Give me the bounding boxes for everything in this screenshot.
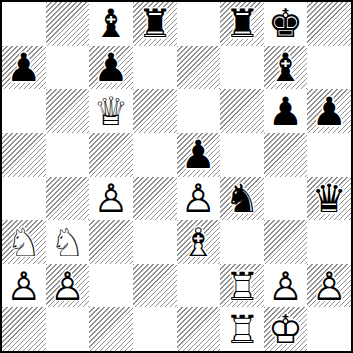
square-b6[interactable]	[46, 89, 90, 133]
square-a6[interactable]	[2, 89, 46, 133]
square-b3[interactable]: ♞♘	[46, 220, 90, 264]
square-g3[interactable]	[264, 220, 308, 264]
square-e4[interactable]: ♟♙	[177, 177, 221, 221]
black-pawn-piece: ♟	[264, 89, 308, 133]
black-rook-piece: ♜	[220, 2, 264, 46]
square-h6[interactable]: ♟	[307, 89, 351, 133]
square-g5[interactable]	[264, 133, 308, 177]
square-e6[interactable]	[177, 89, 221, 133]
square-h4[interactable]: ♛	[307, 177, 351, 221]
square-c8[interactable]: ♝	[89, 2, 133, 46]
black-pawn-piece: ♟	[2, 46, 46, 90]
square-h1[interactable]	[307, 307, 351, 351]
white-pawn-piece: ♟♙	[177, 177, 221, 221]
square-a5[interactable]	[2, 133, 46, 177]
white-pawn-piece: ♟♙	[89, 177, 133, 221]
square-g7[interactable]: ♝	[264, 46, 308, 90]
square-h7[interactable]	[307, 46, 351, 90]
square-e3[interactable]: ♝♗	[177, 220, 221, 264]
white-pawn-piece: ♟♙	[46, 264, 90, 308]
square-g8[interactable]: ♚	[264, 2, 308, 46]
square-a7[interactable]: ♟	[2, 46, 46, 90]
white-queen-piece: ♛♕	[89, 89, 133, 133]
square-d6[interactable]	[133, 89, 177, 133]
chess-diagram: ♝♜♜♚♟♟♝♛♕♟♟♟♟♙♟♙♞♛♞♘♞♘♝♗♟♙♟♙♜♖♟♙♟♙♜♖♚♔	[0, 0, 353, 353]
square-f4[interactable]: ♞	[220, 177, 264, 221]
square-f1[interactable]: ♜♖	[220, 307, 264, 351]
square-h5[interactable]	[307, 133, 351, 177]
square-e1[interactable]	[177, 307, 221, 351]
white-king-piece: ♚♔	[264, 307, 308, 351]
square-f2[interactable]: ♜♖	[220, 264, 264, 308]
black-queen-piece: ♛	[307, 177, 351, 221]
square-b4[interactable]	[46, 177, 90, 221]
square-c1[interactable]	[89, 307, 133, 351]
square-a2[interactable]: ♟♙	[2, 264, 46, 308]
square-c6[interactable]: ♛♕	[89, 89, 133, 133]
square-b1[interactable]	[46, 307, 90, 351]
square-c3[interactable]	[89, 220, 133, 264]
square-c7[interactable]: ♟	[89, 46, 133, 90]
black-pawn-piece: ♟	[177, 133, 221, 177]
square-a1[interactable]	[2, 307, 46, 351]
black-knight-piece: ♞	[220, 177, 264, 221]
square-b8[interactable]	[46, 2, 90, 46]
white-rook-piece: ♜♖	[220, 264, 264, 308]
white-knight-piece: ♞♘	[2, 220, 46, 264]
white-pawn-piece: ♟♙	[307, 264, 351, 308]
square-c2[interactable]	[89, 264, 133, 308]
square-d8[interactable]: ♜	[133, 2, 177, 46]
square-b5[interactable]	[46, 133, 90, 177]
white-bishop-piece: ♝♗	[177, 220, 221, 264]
black-king-piece: ♚	[264, 2, 308, 46]
square-a8[interactable]	[2, 2, 46, 46]
square-c4[interactable]: ♟♙	[89, 177, 133, 221]
square-g1[interactable]: ♚♔	[264, 307, 308, 351]
white-rook-piece: ♜♖	[220, 307, 264, 351]
black-rook-piece: ♜	[133, 2, 177, 46]
square-f7[interactable]	[220, 46, 264, 90]
square-b7[interactable]	[46, 46, 90, 90]
square-a3[interactable]: ♞♘	[2, 220, 46, 264]
square-d1[interactable]	[133, 307, 177, 351]
white-knight-piece: ♞♘	[46, 220, 90, 264]
white-pawn-piece: ♟♙	[2, 264, 46, 308]
square-e2[interactable]	[177, 264, 221, 308]
square-f5[interactable]	[220, 133, 264, 177]
square-e8[interactable]	[177, 2, 221, 46]
square-d5[interactable]	[133, 133, 177, 177]
black-bishop-piece: ♝	[89, 2, 133, 46]
black-bishop-piece: ♝	[264, 46, 308, 90]
square-g2[interactable]: ♟♙	[264, 264, 308, 308]
square-f3[interactable]	[220, 220, 264, 264]
square-h2[interactable]: ♟♙	[307, 264, 351, 308]
square-d7[interactable]	[133, 46, 177, 90]
square-f6[interactable]	[220, 89, 264, 133]
square-b2[interactable]: ♟♙	[46, 264, 90, 308]
square-a4[interactable]	[2, 177, 46, 221]
square-e5[interactable]: ♟	[177, 133, 221, 177]
chess-board: ♝♜♜♚♟♟♝♛♕♟♟♟♟♙♟♙♞♛♞♘♞♘♝♗♟♙♟♙♜♖♟♙♟♙♜♖♚♔	[0, 0, 353, 353]
square-g4[interactable]	[264, 177, 308, 221]
square-d2[interactable]	[133, 264, 177, 308]
square-f8[interactable]: ♜	[220, 2, 264, 46]
square-h8[interactable]	[307, 2, 351, 46]
square-c5[interactable]	[89, 133, 133, 177]
black-pawn-piece: ♟	[89, 46, 133, 90]
white-pawn-piece: ♟♙	[264, 264, 308, 308]
square-d3[interactable]	[133, 220, 177, 264]
square-g6[interactable]: ♟	[264, 89, 308, 133]
black-pawn-piece: ♟	[307, 89, 351, 133]
square-e7[interactable]	[177, 46, 221, 90]
square-d4[interactable]	[133, 177, 177, 221]
square-h3[interactable]	[307, 220, 351, 264]
